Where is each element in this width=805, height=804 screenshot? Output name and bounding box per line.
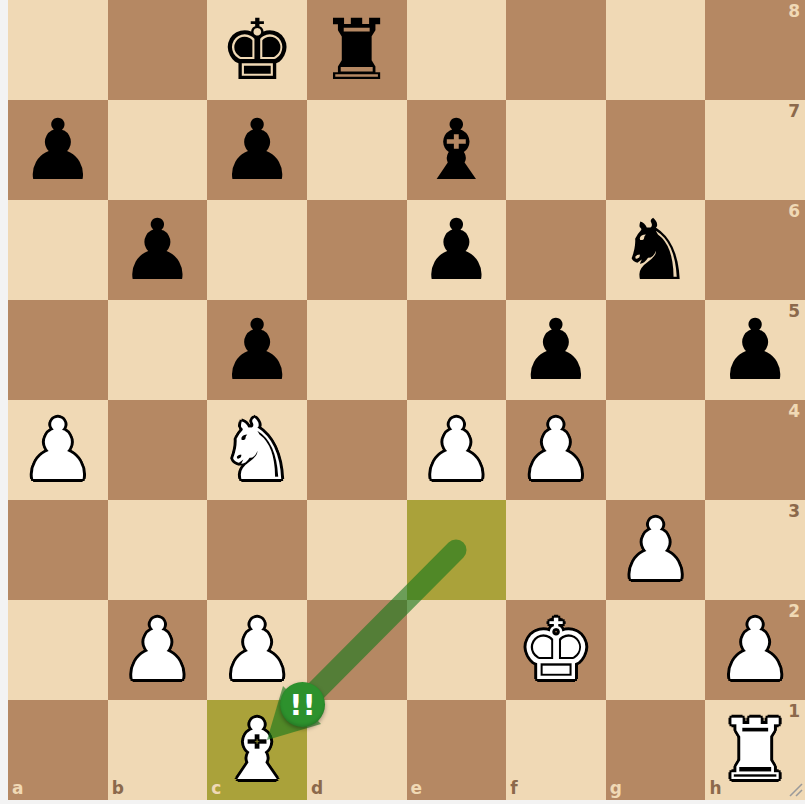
rank-label-8: 8	[788, 3, 800, 20]
square-e3[interactable]	[407, 500, 507, 600]
square-a5[interactable]	[8, 300, 108, 400]
square-g7[interactable]	[606, 100, 706, 200]
brilliant-move-label: !!	[289, 688, 315, 722]
black-rook: ♜	[307, 0, 407, 100]
black-pawn: ♟	[506, 300, 606, 400]
white-pawn: ♟	[705, 600, 805, 700]
square-h3[interactable]: 3	[705, 500, 805, 600]
square-e7[interactable]: ♝	[407, 100, 507, 200]
square-a7[interactable]: ♟	[8, 100, 108, 200]
square-g1[interactable]: g	[606, 700, 706, 800]
white-pawn: ♟	[8, 400, 108, 500]
rank-label-6: 6	[788, 203, 800, 220]
square-a8[interactable]	[8, 0, 108, 100]
square-e5[interactable]	[407, 300, 507, 400]
chess-board: ♚♜8♟♟♝7♟♟♞6♟♟♟5♟♞♟♟4♟3♟♟♚♟2ab♝cdefg♜h1	[8, 0, 805, 800]
white-pawn: ♟	[407, 400, 507, 500]
file-label-e: e	[411, 780, 423, 797]
square-a6[interactable]	[8, 200, 108, 300]
rank-label-4: 4	[788, 403, 800, 420]
white-pawn: ♟	[606, 500, 706, 600]
square-b7[interactable]	[108, 100, 208, 200]
square-f7[interactable]	[506, 100, 606, 200]
square-f8[interactable]	[506, 0, 606, 100]
square-d7[interactable]	[307, 100, 407, 200]
square-b6[interactable]: ♟	[108, 200, 208, 300]
square-b3[interactable]	[108, 500, 208, 600]
square-f6[interactable]	[506, 200, 606, 300]
rank-label-1: 1	[788, 703, 800, 720]
rank-label-7: 7	[788, 103, 800, 120]
square-g2[interactable]	[606, 600, 706, 700]
square-g8[interactable]	[606, 0, 706, 100]
square-d3[interactable]	[307, 500, 407, 600]
white-pawn: ♟	[506, 400, 606, 500]
rank-label-2: 2	[788, 603, 800, 620]
square-a1[interactable]: a	[8, 700, 108, 800]
black-bishop: ♝	[407, 100, 507, 200]
square-d8[interactable]: ♜	[307, 0, 407, 100]
square-d5[interactable]	[307, 300, 407, 400]
black-pawn: ♟	[407, 200, 507, 300]
file-label-d: d	[311, 780, 323, 797]
rank-label-3: 3	[788, 503, 800, 520]
square-d2[interactable]	[307, 600, 407, 700]
square-e6[interactable]: ♟	[407, 200, 507, 300]
square-e4[interactable]: ♟	[407, 400, 507, 500]
square-f4[interactable]: ♟	[506, 400, 606, 500]
square-f5[interactable]: ♟	[506, 300, 606, 400]
square-c8[interactable]: ♚	[207, 0, 307, 100]
square-e1[interactable]: e	[407, 700, 507, 800]
black-pawn: ♟	[705, 300, 805, 400]
square-f1[interactable]: f	[506, 700, 606, 800]
square-b4[interactable]	[108, 400, 208, 500]
square-c7[interactable]: ♟	[207, 100, 307, 200]
square-c6[interactable]	[207, 200, 307, 300]
square-d6[interactable]	[307, 200, 407, 300]
square-g5[interactable]	[606, 300, 706, 400]
square-b2[interactable]: ♟	[108, 600, 208, 700]
page-bottom-strip	[0, 800, 805, 804]
file-label-h: h	[709, 780, 721, 797]
square-f2[interactable]: ♚	[506, 600, 606, 700]
file-label-f: f	[510, 780, 517, 797]
square-e8[interactable]	[407, 0, 507, 100]
square-d4[interactable]	[307, 400, 407, 500]
square-b5[interactable]	[108, 300, 208, 400]
brilliant-move-badge: !!	[280, 682, 325, 727]
square-a4[interactable]: ♟	[8, 400, 108, 500]
square-h6[interactable]: 6	[705, 200, 805, 300]
white-king: ♚	[506, 600, 606, 700]
black-pawn: ♟	[108, 200, 208, 300]
black-pawn: ♟	[207, 300, 307, 400]
square-h5[interactable]: ♟5	[705, 300, 805, 400]
rank-label-5: 5	[788, 303, 800, 320]
square-a2[interactable]	[8, 600, 108, 700]
square-f3[interactable]	[506, 500, 606, 600]
file-label-c: c	[211, 780, 221, 797]
square-c5[interactable]: ♟	[207, 300, 307, 400]
square-h8[interactable]: 8	[705, 0, 805, 100]
black-knight: ♞	[606, 200, 706, 300]
white-pawn: ♟	[108, 600, 208, 700]
black-king: ♚	[207, 0, 307, 100]
board-resize-handle[interactable]	[787, 781, 803, 797]
file-label-a: a	[12, 780, 23, 797]
square-h2[interactable]: ♟2	[705, 600, 805, 700]
square-a3[interactable]	[8, 500, 108, 600]
file-label-b: b	[112, 780, 124, 797]
file-label-g: g	[610, 780, 622, 797]
square-c3[interactable]	[207, 500, 307, 600]
black-pawn: ♟	[207, 100, 307, 200]
square-g4[interactable]	[606, 400, 706, 500]
square-h7[interactable]: 7	[705, 100, 805, 200]
square-b8[interactable]	[108, 0, 208, 100]
white-knight: ♞	[207, 400, 307, 500]
square-b1[interactable]: b	[108, 700, 208, 800]
black-pawn: ♟	[8, 100, 108, 200]
square-c4[interactable]: ♞	[207, 400, 307, 500]
square-h4[interactable]: 4	[705, 400, 805, 500]
square-e2[interactable]	[407, 600, 507, 700]
chess-app-page: ♚♜8♟♟♝7♟♟♞6♟♟♟5♟♞♟♟4♟3♟♟♚♟2ab♝cdefg♜h1 !…	[0, 0, 805, 804]
square-g3[interactable]: ♟	[606, 500, 706, 600]
square-g6[interactable]: ♞	[606, 200, 706, 300]
